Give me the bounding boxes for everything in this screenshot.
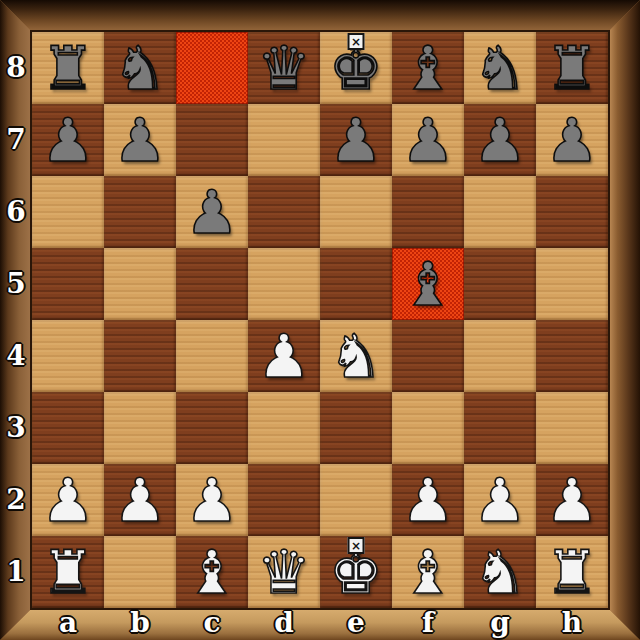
king-crest-icon: × — [348, 537, 365, 554]
rank-label-5: 5 — [0, 248, 32, 320]
square-b3[interactable] — [104, 392, 176, 464]
board-frame-top — [0, 0, 640, 32]
piece-white-pawn-g2[interactable]: ♟ — [464, 464, 536, 536]
square-f2[interactable]: ♟ — [392, 464, 464, 536]
board-frame-left — [0, 0, 32, 640]
square-h3[interactable] — [536, 392, 608, 464]
square-e8[interactable]: ♚× — [320, 32, 392, 104]
piece-white-pawn-c2[interactable]: ♟ — [176, 464, 248, 536]
square-a2[interactable]: ♟ — [32, 464, 104, 536]
square-b8[interactable]: ♞ — [104, 32, 176, 104]
square-c2[interactable]: ♟ — [176, 464, 248, 536]
square-d5[interactable] — [248, 248, 320, 320]
piece-white-pawn-h2[interactable]: ♟ — [536, 464, 608, 536]
piece-white-pawn-f2[interactable]: ♟ — [392, 464, 464, 536]
square-f7[interactable]: ♟ — [392, 104, 464, 176]
piece-white-knight-e4[interactable]: ♞ — [320, 320, 392, 392]
square-a4[interactable] — [32, 320, 104, 392]
square-c4[interactable] — [176, 320, 248, 392]
square-f1[interactable]: ♝ — [392, 536, 464, 608]
square-a1[interactable]: ♜ — [32, 536, 104, 608]
square-h5[interactable] — [536, 248, 608, 320]
piece-black-bishop-f5[interactable]: ♝ — [392, 248, 464, 320]
square-h1[interactable]: ♜ — [536, 536, 608, 608]
square-f6[interactable] — [392, 176, 464, 248]
square-c5[interactable] — [176, 248, 248, 320]
square-d3[interactable] — [248, 392, 320, 464]
square-b1[interactable] — [104, 536, 176, 608]
file-label-f: f — [392, 608, 464, 640]
square-h2[interactable]: ♟ — [536, 464, 608, 536]
square-f5[interactable]: ♝ — [392, 248, 464, 320]
square-e5[interactable] — [320, 248, 392, 320]
piece-black-queen-d8[interactable]: ♛ — [248, 32, 320, 104]
rank-label-8: 8 — [0, 32, 32, 104]
file-label-b: b — [104, 608, 176, 640]
square-g1[interactable]: ♞ — [464, 536, 536, 608]
piece-black-knight-b8[interactable]: ♞ — [104, 32, 176, 104]
file-label-h: h — [536, 608, 608, 640]
square-d7[interactable] — [248, 104, 320, 176]
piece-black-pawn-b7[interactable]: ♟ — [104, 104, 176, 176]
piece-black-pawn-e7[interactable]: ♟ — [320, 104, 392, 176]
square-d1[interactable]: ♛ — [248, 536, 320, 608]
piece-black-rook-a8[interactable]: ♜ — [32, 32, 104, 104]
piece-black-pawn-c6[interactable]: ♟ — [176, 176, 248, 248]
piece-black-knight-g8[interactable]: ♞ — [464, 32, 536, 104]
square-g3[interactable] — [464, 392, 536, 464]
square-b5[interactable] — [104, 248, 176, 320]
square-e6[interactable] — [320, 176, 392, 248]
square-g7[interactable]: ♟ — [464, 104, 536, 176]
rank-label-6: 6 — [0, 176, 32, 248]
file-label-g: g — [464, 608, 536, 640]
piece-white-rook-h1[interactable]: ♜ — [536, 536, 608, 608]
piece-black-rook-h8[interactable]: ♜ — [536, 32, 608, 104]
square-b7[interactable]: ♟ — [104, 104, 176, 176]
file-label-c: c — [176, 608, 248, 640]
square-c6[interactable]: ♟ — [176, 176, 248, 248]
piece-black-pawn-f7[interactable]: ♟ — [392, 104, 464, 176]
piece-black-bishop-f8[interactable]: ♝ — [392, 32, 464, 104]
rank-label-3: 3 — [0, 392, 32, 464]
piece-white-knight-g1[interactable]: ♞ — [464, 536, 536, 608]
square-h6[interactable] — [536, 176, 608, 248]
square-h7[interactable]: ♟ — [536, 104, 608, 176]
king-crest-icon: × — [348, 33, 365, 50]
file-label-d: d — [248, 608, 320, 640]
square-f3[interactable] — [392, 392, 464, 464]
rank-label-1: 1 — [0, 536, 32, 608]
square-a5[interactable] — [32, 248, 104, 320]
board-frame-bottom — [0, 608, 640, 640]
square-a3[interactable] — [32, 392, 104, 464]
chess-board: ♜♞♛♚×♝♞♜♟♟♟♟♟♟♟♝♟♞♟♟♟♟♟♟♜♝♛♚×♝♞♜ — [32, 32, 608, 608]
board-frame-right — [608, 0, 640, 640]
square-b4[interactable] — [104, 320, 176, 392]
square-a6[interactable] — [32, 176, 104, 248]
square-g5[interactable] — [464, 248, 536, 320]
square-h4[interactable] — [536, 320, 608, 392]
square-f4[interactable] — [392, 320, 464, 392]
square-d8[interactable]: ♛ — [248, 32, 320, 104]
square-c7[interactable] — [176, 104, 248, 176]
piece-black-pawn-a7[interactable]: ♟ — [32, 104, 104, 176]
piece-white-pawn-a2[interactable]: ♟ — [32, 464, 104, 536]
square-c1[interactable]: ♝ — [176, 536, 248, 608]
square-a8[interactable]: ♜ — [32, 32, 104, 104]
square-e2[interactable] — [320, 464, 392, 536]
square-e4[interactable]: ♞ — [320, 320, 392, 392]
piece-black-pawn-g7[interactable]: ♟ — [464, 104, 536, 176]
square-f8[interactable]: ♝ — [392, 32, 464, 104]
square-g6[interactable] — [464, 176, 536, 248]
piece-white-rook-a1[interactable]: ♜ — [32, 536, 104, 608]
file-label-e: e — [320, 608, 392, 640]
square-a7[interactable]: ♟ — [32, 104, 104, 176]
square-d4[interactable]: ♟ — [248, 320, 320, 392]
square-b2[interactable]: ♟ — [104, 464, 176, 536]
piece-white-bishop-c1[interactable]: ♝ — [176, 536, 248, 608]
square-c8[interactable] — [176, 32, 248, 104]
piece-black-pawn-h7[interactable]: ♟ — [536, 104, 608, 176]
square-e7[interactable]: ♟ — [320, 104, 392, 176]
square-g8[interactable]: ♞ — [464, 32, 536, 104]
piece-white-queen-d1[interactable]: ♛ — [248, 536, 320, 608]
square-e3[interactable] — [320, 392, 392, 464]
square-c3[interactable] — [176, 392, 248, 464]
piece-white-bishop-f1[interactable]: ♝ — [392, 536, 464, 608]
square-g4[interactable] — [464, 320, 536, 392]
rank-label-4: 4 — [0, 320, 32, 392]
square-g2[interactable]: ♟ — [464, 464, 536, 536]
square-e1[interactable]: ♚× — [320, 536, 392, 608]
piece-white-pawn-b2[interactable]: ♟ — [104, 464, 176, 536]
square-d2[interactable] — [248, 464, 320, 536]
rank-label-2: 2 — [0, 464, 32, 536]
file-label-a: a — [32, 608, 104, 640]
square-d6[interactable] — [248, 176, 320, 248]
chess-app-window: ♜♞♛♚×♝♞♜♟♟♟♟♟♟♟♝♟♞♟♟♟♟♟♟♜♝♛♚×♝♞♜ 8765432… — [0, 0, 640, 640]
piece-white-pawn-d4[interactable]: ♟ — [248, 320, 320, 392]
rank-label-7: 7 — [0, 104, 32, 176]
square-b6[interactable] — [104, 176, 176, 248]
square-h8[interactable]: ♜ — [536, 32, 608, 104]
